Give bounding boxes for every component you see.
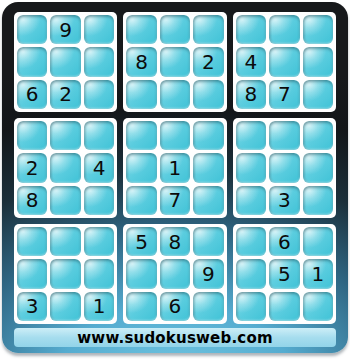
cell-r6c3[interactable] (84, 186, 114, 215)
cell-r2c9[interactable] (303, 47, 333, 76)
cell-r1c4[interactable] (126, 15, 156, 44)
cell-r8c4[interactable] (126, 259, 156, 288)
cell-r3c9[interactable] (303, 80, 333, 109)
cell-r3c4[interactable] (126, 80, 156, 109)
cell-r8c9[interactable]: 1 (303, 259, 333, 288)
cell-r2c4[interactable]: 8 (126, 47, 156, 76)
cell-r7c8[interactable]: 6 (269, 227, 299, 256)
cell-r8c3[interactable] (84, 259, 114, 288)
cell-r4c6[interactable] (193, 121, 223, 150)
cell-r3c3[interactable] (84, 80, 114, 109)
cell-r9c4[interactable] (126, 292, 156, 321)
box-1-1: 17 (123, 118, 226, 218)
cell-r6c9[interactable] (303, 186, 333, 215)
cell-r6c4[interactable] (126, 186, 156, 215)
cell-r7c5[interactable]: 8 (160, 227, 190, 256)
cell-r4c9[interactable] (303, 121, 333, 150)
cell-r2c1[interactable] (17, 47, 47, 76)
cell-r5c5[interactable]: 1 (160, 153, 190, 182)
cell-r1c1[interactable] (17, 15, 47, 44)
cell-r4c4[interactable] (126, 121, 156, 150)
cell-r4c5[interactable] (160, 121, 190, 150)
cell-r4c2[interactable] (50, 121, 80, 150)
cell-r2c6[interactable]: 2 (193, 47, 223, 76)
cell-r5c9[interactable] (303, 153, 333, 182)
cell-r1c3[interactable] (84, 15, 114, 44)
cell-r7c4[interactable]: 5 (126, 227, 156, 256)
cell-r9c2[interactable] (50, 292, 80, 321)
cell-r5c1[interactable]: 2 (17, 153, 47, 182)
cell-r1c9[interactable] (303, 15, 333, 44)
cell-r8c2[interactable] (50, 259, 80, 288)
cell-r6c5[interactable]: 7 (160, 186, 190, 215)
cell-r8c7[interactable] (236, 259, 266, 288)
cell-r8c8[interactable]: 5 (269, 259, 299, 288)
cell-r6c2[interactable] (50, 186, 80, 215)
box-1-2: 3 (233, 118, 336, 218)
box-2-0: 31 (14, 224, 117, 324)
cell-r9c6[interactable] (193, 292, 223, 321)
box-2-2: 651 (233, 224, 336, 324)
box-0-1: 82 (123, 12, 226, 112)
cell-r1c5[interactable] (160, 15, 190, 44)
cell-r3c7[interactable]: 8 (236, 80, 266, 109)
cell-r7c6[interactable] (193, 227, 223, 256)
box-0-2: 487 (233, 12, 336, 112)
sudoku-board: 96282487248173315896651 (14, 12, 336, 324)
cell-r9c5[interactable]: 6 (160, 292, 190, 321)
cell-r7c9[interactable] (303, 227, 333, 256)
cell-r3c1[interactable]: 6 (17, 80, 47, 109)
cell-r9c8[interactable] (269, 292, 299, 321)
cell-r8c5[interactable] (160, 259, 190, 288)
cell-r4c1[interactable] (17, 121, 47, 150)
cell-r6c7[interactable] (236, 186, 266, 215)
cell-r2c7[interactable]: 4 (236, 47, 266, 76)
cell-r5c6[interactable] (193, 153, 223, 182)
cell-r4c7[interactable] (236, 121, 266, 150)
cell-r5c4[interactable] (126, 153, 156, 182)
cell-r1c8[interactable] (269, 15, 299, 44)
cell-r7c7[interactable] (236, 227, 266, 256)
cell-r6c1[interactable]: 8 (17, 186, 47, 215)
footer-bar: www.sudokusweb.com (14, 328, 336, 347)
cell-r9c1[interactable]: 3 (17, 292, 47, 321)
cell-r8c1[interactable] (17, 259, 47, 288)
box-2-1: 5896 (123, 224, 226, 324)
cell-r6c6[interactable] (193, 186, 223, 215)
cell-r3c8[interactable]: 7 (269, 80, 299, 109)
cell-r9c9[interactable] (303, 292, 333, 321)
cell-r5c7[interactable] (236, 153, 266, 182)
cell-r3c6[interactable] (193, 80, 223, 109)
site-url[interactable]: www.sudokusweb.com (77, 329, 272, 347)
cell-r2c3[interactable] (84, 47, 114, 76)
cell-r4c3[interactable] (84, 121, 114, 150)
cell-r5c3[interactable]: 4 (84, 153, 114, 182)
cell-r5c2[interactable] (50, 153, 80, 182)
cell-r9c7[interactable] (236, 292, 266, 321)
cell-r9c3[interactable]: 1 (84, 292, 114, 321)
cell-r3c2[interactable]: 2 (50, 80, 80, 109)
cell-r2c8[interactable] (269, 47, 299, 76)
cell-r5c8[interactable] (269, 153, 299, 182)
cell-r2c2[interactable] (50, 47, 80, 76)
board-frame: 96282487248173315896651 www.sudokusweb.c… (2, 2, 348, 353)
cell-r3c5[interactable] (160, 80, 190, 109)
box-0-0: 962 (14, 12, 117, 112)
cell-r8c6[interactable]: 9 (193, 259, 223, 288)
box-1-0: 248 (14, 118, 117, 218)
cell-r6c8[interactable]: 3 (269, 186, 299, 215)
cell-r7c2[interactable] (50, 227, 80, 256)
cell-r7c3[interactable] (84, 227, 114, 256)
cell-r1c7[interactable] (236, 15, 266, 44)
cell-r1c6[interactable] (193, 15, 223, 44)
cell-r7c1[interactable] (17, 227, 47, 256)
cell-r4c8[interactable] (269, 121, 299, 150)
cell-r1c2[interactable]: 9 (50, 15, 80, 44)
cell-r2c5[interactable] (160, 47, 190, 76)
